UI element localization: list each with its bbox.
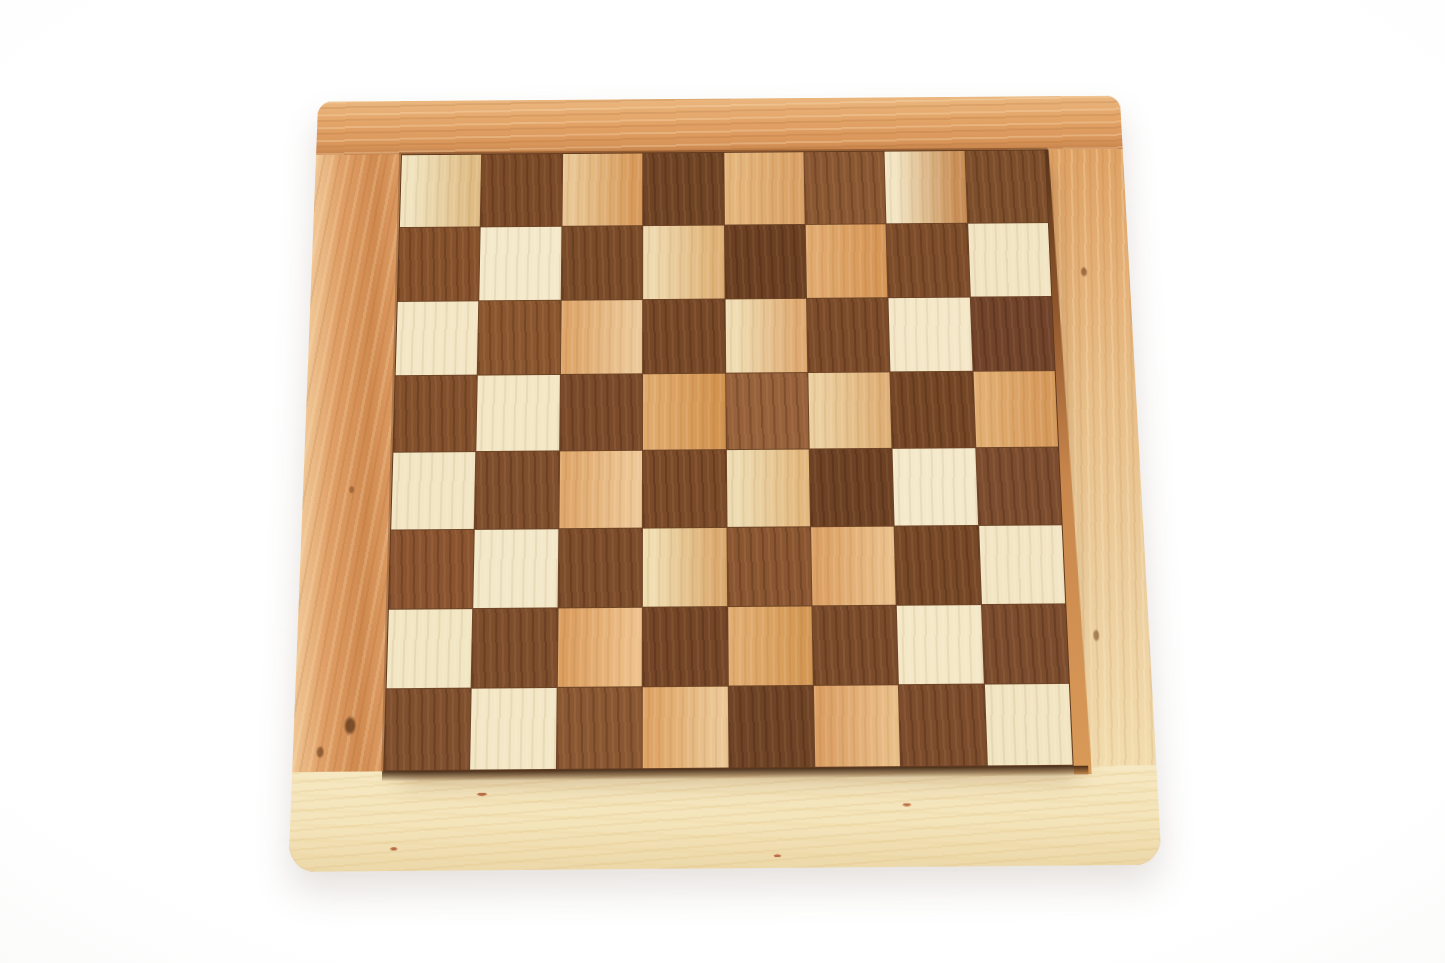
square-e1[interactable] xyxy=(728,686,814,767)
square-h3[interactable] xyxy=(979,525,1065,603)
square-e3[interactable] xyxy=(727,527,811,606)
square-e4[interactable] xyxy=(726,449,810,526)
square-b2[interactable] xyxy=(472,608,557,688)
square-g3[interactable] xyxy=(895,526,981,605)
square-c7[interactable] xyxy=(561,226,642,299)
square-b3[interactable] xyxy=(474,529,558,608)
square-g8[interactable] xyxy=(885,151,967,223)
square-b1[interactable] xyxy=(470,688,556,769)
square-h4[interactable] xyxy=(976,448,1062,525)
square-b4[interactable] xyxy=(475,451,559,528)
playing-surface xyxy=(383,149,1073,771)
square-a7[interactable] xyxy=(398,227,480,300)
square-b8[interactable] xyxy=(481,154,562,226)
square-e8[interactable] xyxy=(724,152,805,224)
square-h2[interactable] xyxy=(982,604,1069,684)
square-d1[interactable] xyxy=(643,687,728,768)
square-d8[interactable] xyxy=(643,153,723,225)
square-b6[interactable] xyxy=(478,300,560,375)
square-e7[interactable] xyxy=(724,225,805,298)
square-h6[interactable] xyxy=(970,296,1054,371)
square-c8[interactable] xyxy=(562,153,642,225)
square-a5[interactable] xyxy=(393,376,477,452)
square-c3[interactable] xyxy=(558,528,642,607)
board-frame xyxy=(288,96,1161,872)
square-g1[interactable] xyxy=(899,685,986,766)
square-f1[interactable] xyxy=(814,686,901,767)
square-g5[interactable] xyxy=(891,372,975,448)
square-g7[interactable] xyxy=(887,223,970,296)
square-a8[interactable] xyxy=(400,155,482,227)
square-d4[interactable] xyxy=(643,450,726,527)
square-f2[interactable] xyxy=(812,605,898,685)
square-a3[interactable] xyxy=(389,530,474,609)
square-d5[interactable] xyxy=(643,374,725,450)
square-h5[interactable] xyxy=(973,371,1058,447)
square-f3[interactable] xyxy=(811,526,896,605)
square-a6[interactable] xyxy=(396,301,479,376)
square-a2[interactable] xyxy=(387,609,473,689)
square-f6[interactable] xyxy=(807,298,890,373)
square-e2[interactable] xyxy=(728,606,813,686)
square-d3[interactable] xyxy=(643,528,727,607)
square-e5[interactable] xyxy=(726,373,809,449)
square-b5[interactable] xyxy=(477,375,560,451)
square-a1[interactable] xyxy=(384,689,471,770)
square-h1[interactable] xyxy=(985,684,1073,765)
square-h8[interactable] xyxy=(965,150,1048,222)
square-g4[interactable] xyxy=(893,448,978,525)
square-f4[interactable] xyxy=(810,449,894,526)
square-d2[interactable] xyxy=(643,607,727,687)
square-g6[interactable] xyxy=(889,297,972,372)
square-c4[interactable] xyxy=(559,451,642,528)
square-c6[interactable] xyxy=(561,300,643,375)
square-e6[interactable] xyxy=(725,298,807,373)
square-b7[interactable] xyxy=(480,227,562,300)
frame-rail-bottom xyxy=(288,765,1161,872)
square-d6[interactable] xyxy=(643,299,725,374)
square-d7[interactable] xyxy=(643,225,724,298)
square-c2[interactable] xyxy=(557,607,641,687)
square-f5[interactable] xyxy=(808,373,892,449)
square-g2[interactable] xyxy=(897,605,983,685)
square-h7[interactable] xyxy=(968,223,1051,296)
frame-rail-top xyxy=(316,96,1123,155)
photo-background xyxy=(0,0,1445,963)
square-c1[interactable] xyxy=(557,688,642,769)
square-f7[interactable] xyxy=(806,224,888,297)
square-c5[interactable] xyxy=(560,375,642,451)
square-a4[interactable] xyxy=(391,452,475,529)
square-f8[interactable] xyxy=(804,152,885,224)
chess-board xyxy=(383,149,1073,771)
